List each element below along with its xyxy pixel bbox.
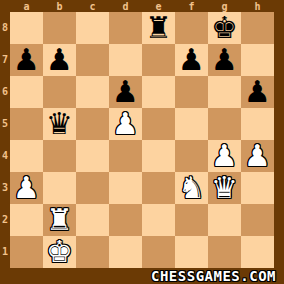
rank-label-2: 2	[0, 204, 10, 236]
square-d8[interactable]	[109, 12, 142, 44]
rank-label-3: 3	[0, 172, 10, 204]
square-h6[interactable]: ♟	[241, 76, 274, 108]
square-b2[interactable]: ♜	[43, 204, 76, 236]
white-pawn-a3: ♟	[13, 172, 40, 204]
white-pawn-d5: ♟	[112, 108, 139, 140]
square-d1[interactable]	[109, 236, 142, 268]
square-h2[interactable]	[241, 204, 274, 236]
square-d5[interactable]: ♟	[109, 108, 142, 140]
square-e8[interactable]: ♜	[142, 12, 175, 44]
white-knight-f3: ♞	[178, 172, 205, 204]
square-a2[interactable]	[10, 204, 43, 236]
black-pawn-g7: ♟	[211, 44, 238, 76]
square-d3[interactable]	[109, 172, 142, 204]
square-b3[interactable]	[43, 172, 76, 204]
square-e1[interactable]	[142, 236, 175, 268]
file-label-f: f	[175, 1, 208, 12]
square-g7[interactable]: ♟	[208, 44, 241, 76]
rank-label-8: 8	[0, 12, 10, 44]
square-b5[interactable]: ♛	[43, 108, 76, 140]
square-c7[interactable]	[76, 44, 109, 76]
file-label-d: d	[109, 1, 142, 12]
black-pawn-a7: ♟	[13, 44, 40, 76]
square-g8[interactable]: ♚	[208, 12, 241, 44]
white-pawn-h4: ♟	[244, 140, 271, 172]
square-f1[interactable]	[175, 236, 208, 268]
square-a8[interactable]	[10, 12, 43, 44]
square-c4[interactable]	[76, 140, 109, 172]
square-d2[interactable]	[109, 204, 142, 236]
square-d6[interactable]: ♟	[109, 76, 142, 108]
square-h7[interactable]	[241, 44, 274, 76]
square-b6[interactable]	[43, 76, 76, 108]
black-queen-b5: ♛	[46, 108, 73, 140]
file-label-g: g	[208, 1, 241, 12]
square-c2[interactable]	[76, 204, 109, 236]
square-a4[interactable]	[10, 140, 43, 172]
rank-label-4: 4	[0, 140, 10, 172]
square-a5[interactable]	[10, 108, 43, 140]
square-h1[interactable]	[241, 236, 274, 268]
file-label-a: a	[10, 1, 43, 12]
file-label-b: b	[43, 1, 76, 12]
rank-label-5: 5	[0, 108, 10, 140]
square-g4[interactable]: ♟	[208, 140, 241, 172]
square-c1[interactable]	[76, 236, 109, 268]
square-e4[interactable]	[142, 140, 175, 172]
white-rook-b2: ♜	[46, 204, 73, 236]
square-g6[interactable]	[208, 76, 241, 108]
square-g2[interactable]	[208, 204, 241, 236]
square-d7[interactable]	[109, 44, 142, 76]
rank-label-7: 7	[0, 44, 10, 76]
black-pawn-b7: ♟	[46, 44, 73, 76]
chessgames-watermark: CHESSGAMES.COM	[151, 268, 276, 284]
square-b7[interactable]: ♟	[43, 44, 76, 76]
square-b1[interactable]: ♚	[43, 236, 76, 268]
square-h4[interactable]: ♟	[241, 140, 274, 172]
rank-label-6: 6	[0, 76, 10, 108]
square-c5[interactable]	[76, 108, 109, 140]
square-b8[interactable]	[43, 12, 76, 44]
square-a7[interactable]: ♟	[10, 44, 43, 76]
square-f7[interactable]: ♟	[175, 44, 208, 76]
square-c8[interactable]	[76, 12, 109, 44]
square-g3[interactable]: ♛	[208, 172, 241, 204]
square-a6[interactable]	[10, 76, 43, 108]
square-f6[interactable]	[175, 76, 208, 108]
square-c6[interactable]	[76, 76, 109, 108]
black-pawn-f7: ♟	[178, 44, 205, 76]
black-pawn-h6: ♟	[244, 76, 271, 108]
square-b4[interactable]	[43, 140, 76, 172]
square-c3[interactable]	[76, 172, 109, 204]
rank-label-1: 1	[0, 236, 10, 268]
square-e3[interactable]	[142, 172, 175, 204]
white-pawn-g4: ♟	[211, 140, 238, 172]
black-rook-e8: ♜	[145, 12, 172, 44]
square-g5[interactable]	[208, 108, 241, 140]
square-e2[interactable]	[142, 204, 175, 236]
black-king-g8: ♚	[211, 12, 238, 44]
square-e7[interactable]	[142, 44, 175, 76]
square-f2[interactable]	[175, 204, 208, 236]
square-a1[interactable]	[10, 236, 43, 268]
square-e6[interactable]	[142, 76, 175, 108]
chess-board: ♜♚♟♟♟♟♟♟♛♟♟♟♟♞♛♜♚	[10, 12, 274, 268]
square-d4[interactable]	[109, 140, 142, 172]
black-pawn-d6: ♟	[112, 76, 139, 108]
square-e5[interactable]	[142, 108, 175, 140]
square-a3[interactable]: ♟	[10, 172, 43, 204]
square-f3[interactable]: ♞	[175, 172, 208, 204]
square-h5[interactable]	[241, 108, 274, 140]
file-label-h: h	[241, 1, 274, 12]
file-label-e: e	[142, 1, 175, 12]
square-g1[interactable]	[208, 236, 241, 268]
square-h3[interactable]	[241, 172, 274, 204]
chess-board-frame: abcdefgh 87654321 ♜♚♟♟♟♟♟♟♛♟♟♟♟♞♛♜♚ CHES…	[0, 0, 284, 284]
white-queen-g3: ♛	[211, 172, 238, 204]
file-label-c: c	[76, 1, 109, 12]
square-f8[interactable]	[175, 12, 208, 44]
white-king-b1: ♚	[46, 236, 73, 268]
square-f5[interactable]	[175, 108, 208, 140]
square-h8[interactable]	[241, 12, 274, 44]
square-f4[interactable]	[175, 140, 208, 172]
